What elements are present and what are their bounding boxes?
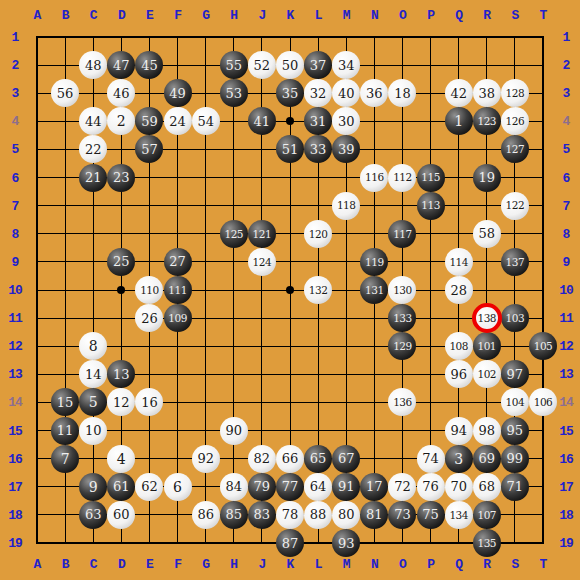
stone-white-14: 14 (79, 360, 107, 388)
stone-white-128: 128 (501, 79, 529, 107)
row-label-right-1: 1 (563, 30, 570, 45)
row-label-right-19: 19 (559, 536, 573, 551)
stone-black-107: 107 (473, 501, 501, 529)
stone-black-117: 117 (388, 220, 416, 248)
stone-black-87: 87 (276, 529, 304, 557)
stone-white-76: 76 (417, 473, 445, 501)
row-label-left-11: 11 (8, 311, 22, 326)
row-label-left-7: 7 (12, 198, 19, 213)
stone-white-50: 50 (276, 51, 304, 79)
stone-black-85: 85 (220, 501, 248, 529)
col-label-bottom-H: H (230, 557, 237, 572)
col-label-top-N: N (371, 8, 378, 23)
col-label-top-B: B (62, 8, 69, 23)
stone-white-130: 130 (388, 276, 416, 304)
stone-black-27: 27 (164, 248, 192, 276)
stone-black-75: 75 (417, 501, 445, 529)
stone-black-39: 39 (332, 135, 360, 163)
stone-white-106: 106 (529, 388, 557, 416)
row-label-left-9: 9 (12, 254, 19, 269)
row-label-right-2: 2 (563, 58, 570, 73)
col-label-bottom-M: M (343, 557, 350, 572)
stone-white-108: 108 (445, 332, 473, 360)
stone-black-55: 55 (220, 51, 248, 79)
stone-white-112: 112 (388, 164, 416, 192)
col-label-top-T: T (540, 8, 547, 23)
row-label-right-9: 9 (563, 254, 570, 269)
grid-line-horizontal (36, 318, 544, 319)
row-label-right-12: 12 (559, 339, 573, 354)
stone-black-91: 91 (332, 473, 360, 501)
stone-white-48: 48 (79, 51, 107, 79)
stone-white-38: 38 (473, 79, 501, 107)
stone-white-98: 98 (473, 417, 501, 445)
stone-white-58: 58 (473, 220, 501, 248)
stone-black-37: 37 (304, 51, 332, 79)
stone-white-104: 104 (501, 388, 529, 416)
stone-white-30: 30 (332, 107, 360, 135)
col-label-bottom-E: E (146, 557, 153, 572)
col-label-top-S: S (511, 8, 518, 23)
stone-black-121: 121 (248, 220, 276, 248)
col-label-bottom-N: N (371, 557, 378, 572)
star-point-K4 (286, 117, 294, 125)
stone-white-86: 86 (192, 501, 220, 529)
stone-white-92: 92 (192, 445, 220, 473)
col-label-bottom-P: P (427, 557, 434, 572)
stone-white-32: 32 (304, 79, 332, 107)
stone-black-13: 13 (107, 360, 135, 388)
stone-black-133: 133 (388, 304, 416, 332)
stone-white-78: 78 (276, 501, 304, 529)
stone-white-56: 56 (51, 79, 79, 107)
stone-white-28: 28 (445, 276, 473, 304)
stone-black-65: 65 (304, 445, 332, 473)
stone-black-57: 57 (135, 135, 163, 163)
stone-white-102: 102 (473, 360, 501, 388)
row-label-left-17: 17 (8, 479, 22, 494)
stone-white-110: 110 (135, 276, 163, 304)
stone-black-7: 7 (51, 445, 79, 473)
row-label-left-10: 10 (8, 283, 22, 298)
row-label-right-10: 10 (559, 283, 573, 298)
stone-black-5: 5 (79, 388, 107, 416)
col-label-bottom-C: C (90, 557, 97, 572)
stone-white-126: 126 (501, 107, 529, 135)
stone-white-68: 68 (473, 473, 501, 501)
col-label-bottom-J: J (258, 557, 265, 572)
stone-black-95: 95 (501, 417, 529, 445)
stone-white-62: 62 (135, 473, 163, 501)
stone-white-60: 60 (107, 501, 135, 529)
row-label-left-5: 5 (12, 142, 19, 157)
row-label-left-13: 13 (8, 367, 22, 382)
stone-white-132: 132 (304, 276, 332, 304)
col-label-top-A: A (34, 8, 41, 23)
col-label-top-D: D (118, 8, 125, 23)
stone-white-16: 16 (135, 388, 163, 416)
stone-black-51: 51 (276, 135, 304, 163)
stone-black-31: 31 (304, 107, 332, 135)
stone-white-46: 46 (107, 79, 135, 107)
stone-white-118: 118 (332, 192, 360, 220)
stone-black-19: 19 (473, 164, 501, 192)
stone-black-81: 81 (360, 501, 388, 529)
col-label-top-L: L (315, 8, 322, 23)
stone-white-94: 94 (445, 417, 473, 445)
stone-white-122: 122 (501, 192, 529, 220)
stone-black-77: 77 (276, 473, 304, 501)
col-label-top-P: P (427, 8, 434, 23)
row-label-left-16: 16 (8, 451, 22, 466)
row-label-left-14: 14 (8, 395, 22, 410)
stone-black-9: 9 (79, 473, 107, 501)
stone-black-11: 11 (51, 417, 79, 445)
stone-black-125: 125 (220, 220, 248, 248)
col-label-bottom-R: R (483, 557, 490, 572)
stone-white-34: 34 (332, 51, 360, 79)
stone-black-113: 113 (417, 192, 445, 220)
stone-white-64: 64 (304, 473, 332, 501)
row-label-right-11: 11 (559, 311, 573, 326)
stone-white-6: 6 (164, 473, 192, 501)
stone-white-26: 26 (135, 304, 163, 332)
stone-black-35: 35 (276, 79, 304, 107)
stone-black-1: 1 (445, 107, 473, 135)
col-label-top-O: O (399, 8, 406, 23)
row-label-right-13: 13 (559, 367, 573, 382)
go-board[interactable]: AABBCCDDEEFFGGHHJJKKLLMMNNOOPPQQRRSSTT11… (0, 0, 580, 580)
stone-black-45: 45 (135, 51, 163, 79)
row-label-right-7: 7 (563, 198, 570, 213)
stone-black-23: 23 (107, 164, 135, 192)
stone-white-18: 18 (388, 79, 416, 107)
col-label-top-F: F (174, 8, 181, 23)
stone-white-52: 52 (248, 51, 276, 79)
col-label-bottom-O: O (399, 557, 406, 572)
stone-black-97: 97 (501, 360, 529, 388)
col-label-top-C: C (90, 8, 97, 23)
stone-black-123: 123 (473, 107, 501, 135)
col-label-bottom-K: K (287, 557, 294, 572)
row-label-right-16: 16 (559, 451, 573, 466)
row-label-left-1: 1 (12, 30, 19, 45)
stone-white-12: 12 (107, 388, 135, 416)
row-label-right-18: 18 (559, 507, 573, 522)
stone-black-33: 33 (304, 135, 332, 163)
stone-white-116: 116 (360, 164, 388, 192)
stone-white-138-last-move: 138 (472, 303, 502, 333)
col-label-top-J: J (258, 8, 265, 23)
stone-black-47: 47 (107, 51, 135, 79)
stone-white-124: 124 (248, 248, 276, 276)
stone-white-72: 72 (388, 473, 416, 501)
col-label-top-Q: Q (455, 8, 462, 23)
col-label-bottom-F: F (174, 557, 181, 572)
col-label-top-R: R (483, 8, 490, 23)
stone-black-49: 49 (164, 79, 192, 107)
stone-white-2: 2 (107, 107, 135, 135)
stone-black-61: 61 (107, 473, 135, 501)
stone-black-73: 73 (388, 501, 416, 529)
row-label-right-4: 4 (563, 114, 570, 129)
stone-black-131: 131 (360, 276, 388, 304)
col-label-top-G: G (202, 8, 209, 23)
stone-white-134: 134 (445, 501, 473, 529)
stone-black-99: 99 (501, 445, 529, 473)
stone-black-127: 127 (501, 135, 529, 163)
stone-white-136: 136 (388, 388, 416, 416)
stone-white-120: 120 (304, 220, 332, 248)
row-label-left-12: 12 (8, 339, 22, 354)
stone-black-69: 69 (473, 445, 501, 473)
stone-black-83: 83 (248, 501, 276, 529)
row-label-left-3: 3 (12, 86, 19, 101)
stone-white-44: 44 (79, 107, 107, 135)
stone-white-36: 36 (360, 79, 388, 107)
stone-white-54: 54 (192, 107, 220, 135)
stone-black-79: 79 (248, 473, 276, 501)
row-label-right-17: 17 (559, 479, 573, 494)
stone-black-137: 137 (501, 248, 529, 276)
stone-black-129: 129 (388, 332, 416, 360)
stone-white-84: 84 (220, 473, 248, 501)
stone-white-82: 82 (248, 445, 276, 473)
row-label-right-14: 14 (559, 395, 573, 410)
row-label-right-3: 3 (563, 86, 570, 101)
stone-black-53: 53 (220, 79, 248, 107)
row-label-left-4: 4 (12, 114, 19, 129)
stone-white-90: 90 (220, 417, 248, 445)
stone-black-119: 119 (360, 248, 388, 276)
col-label-bottom-Q: Q (455, 557, 462, 572)
stone-white-22: 22 (79, 135, 107, 163)
stone-white-74: 74 (417, 445, 445, 473)
stone-white-88: 88 (304, 501, 332, 529)
stone-white-114: 114 (445, 248, 473, 276)
stone-black-109: 109 (164, 304, 192, 332)
stone-black-17: 17 (360, 473, 388, 501)
star-point-D10 (117, 286, 125, 294)
col-label-bottom-G: G (202, 557, 209, 572)
stone-black-21: 21 (79, 164, 107, 192)
col-label-bottom-B: B (62, 557, 69, 572)
stone-white-10: 10 (79, 417, 107, 445)
row-label-right-15: 15 (559, 423, 573, 438)
stone-black-111: 111 (164, 276, 192, 304)
row-label-right-5: 5 (563, 142, 570, 157)
col-label-bottom-L: L (315, 557, 322, 572)
stone-black-71: 71 (501, 473, 529, 501)
stone-white-40: 40 (332, 79, 360, 107)
grid-line-vertical (542, 36, 544, 544)
stone-black-115: 115 (417, 164, 445, 192)
stone-black-15: 15 (51, 388, 79, 416)
stone-white-96: 96 (445, 360, 473, 388)
row-label-right-6: 6 (563, 170, 570, 185)
stone-black-25: 25 (107, 248, 135, 276)
stone-black-63: 63 (79, 501, 107, 529)
stone-white-24: 24 (164, 107, 192, 135)
stone-black-3: 3 (445, 445, 473, 473)
col-label-bottom-A: A (34, 557, 41, 572)
go-game-diagram: AABBCCDDEEFFGGHHJJKKLLMMNNOOPPQQRRSSTT11… (0, 0, 580, 580)
stone-black-93: 93 (332, 529, 360, 557)
stone-white-66: 66 (276, 445, 304, 473)
stone-white-80: 80 (332, 501, 360, 529)
stone-white-8: 8 (79, 332, 107, 360)
stone-black-135: 135 (473, 529, 501, 557)
col-label-top-M: M (343, 8, 350, 23)
row-label-left-8: 8 (12, 226, 19, 241)
col-label-top-E: E (146, 8, 153, 23)
stone-black-41: 41 (248, 107, 276, 135)
stone-black-101: 101 (473, 332, 501, 360)
col-label-top-K: K (287, 8, 294, 23)
col-label-bottom-T: T (540, 557, 547, 572)
col-label-top-H: H (230, 8, 237, 23)
stone-black-59: 59 (135, 107, 163, 135)
row-label-right-8: 8 (563, 226, 570, 241)
row-label-left-18: 18 (8, 507, 22, 522)
stone-white-70: 70 (445, 473, 473, 501)
star-point-K10 (286, 286, 294, 294)
row-label-left-6: 6 (12, 170, 19, 185)
col-label-bottom-S: S (511, 557, 518, 572)
col-label-bottom-D: D (118, 557, 125, 572)
stone-white-42: 42 (445, 79, 473, 107)
stone-black-67: 67 (332, 445, 360, 473)
row-label-left-15: 15 (8, 423, 22, 438)
row-label-left-19: 19 (8, 536, 22, 551)
row-label-left-2: 2 (12, 58, 19, 73)
stone-white-4: 4 (107, 445, 135, 473)
stone-black-103: 103 (501, 304, 529, 332)
stone-black-105: 105 (529, 332, 557, 360)
